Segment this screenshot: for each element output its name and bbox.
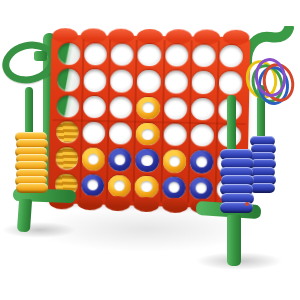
board-grid xyxy=(53,41,245,203)
storage-ring xyxy=(16,183,48,193)
hole xyxy=(55,147,78,170)
cell-r1-c7 xyxy=(217,43,245,70)
hole xyxy=(58,43,81,65)
cell-r5-c1 xyxy=(53,145,80,172)
cell-r1-c4 xyxy=(136,42,164,69)
scallop-bump xyxy=(133,197,159,213)
cell-r5-c2 xyxy=(80,146,107,173)
cell-r3-c1 xyxy=(55,93,82,120)
hole xyxy=(163,123,187,146)
disc-center-hole xyxy=(114,181,125,192)
hole xyxy=(111,44,134,67)
hole xyxy=(191,97,215,120)
disc-blue xyxy=(162,176,186,199)
cell-r3-c6 xyxy=(189,95,217,122)
disc-yellow xyxy=(136,123,159,146)
disc-center-hole xyxy=(142,129,153,140)
scallop-bump xyxy=(105,196,131,212)
disc-center-hole xyxy=(196,156,207,167)
cell-r5-c5 xyxy=(160,148,188,175)
hole xyxy=(164,97,188,120)
cell-r2-c6 xyxy=(189,69,217,96)
cell-r2-c3 xyxy=(108,68,135,95)
cell-r4-c4 xyxy=(134,121,162,148)
hole xyxy=(138,44,161,67)
hoop-arm xyxy=(34,51,47,61)
cell-r3-c5 xyxy=(162,95,190,122)
disc-blue xyxy=(190,150,214,173)
product-photo xyxy=(0,0,300,300)
scallop-bump xyxy=(77,195,103,211)
disc-center-hole xyxy=(168,182,179,193)
disc-center-hole xyxy=(169,156,180,167)
board xyxy=(48,35,250,209)
hole xyxy=(191,71,215,94)
hole xyxy=(165,44,189,67)
hole xyxy=(84,43,107,65)
disc-yellow xyxy=(82,148,105,171)
hole xyxy=(164,71,188,94)
cell-r1-c6 xyxy=(190,42,218,69)
hole xyxy=(83,95,106,118)
disc-center-hole xyxy=(142,155,153,166)
disc-yellow xyxy=(135,175,158,198)
disc-blue xyxy=(109,148,132,171)
disc-blue xyxy=(189,177,213,200)
cell-r2-c7 xyxy=(217,69,245,96)
cell-r1-c2 xyxy=(82,41,109,68)
disc-blue xyxy=(135,149,158,172)
disc-center-hole xyxy=(195,183,206,194)
cell-r4-c5 xyxy=(161,121,189,148)
cell-r4-c6 xyxy=(188,122,216,149)
cell-r1-c3 xyxy=(109,42,136,69)
floor-shadow-left xyxy=(2,222,76,238)
disc-center-hole xyxy=(115,154,126,165)
hole xyxy=(57,69,80,91)
cell-r4-c2 xyxy=(81,120,108,147)
hole xyxy=(110,96,133,119)
hole xyxy=(219,45,243,68)
hole xyxy=(83,122,106,145)
disc-center-hole xyxy=(87,180,98,191)
cell-r2-c1 xyxy=(55,67,82,94)
hole xyxy=(84,69,107,92)
disc-yellow xyxy=(162,150,186,173)
hole xyxy=(137,70,160,93)
cell-r1-c1 xyxy=(56,41,83,67)
cell-r2-c2 xyxy=(82,67,109,94)
right-front-storage-pole xyxy=(227,95,236,157)
right-leg-foot xyxy=(227,215,241,266)
hole xyxy=(56,121,79,144)
disc-center-hole xyxy=(88,154,99,165)
hole xyxy=(110,70,133,93)
disc-center-hole xyxy=(141,181,152,192)
hole xyxy=(57,95,80,118)
cell-r5-c3 xyxy=(107,146,134,173)
disc-center-hole xyxy=(143,102,154,113)
cell-r2-c4 xyxy=(135,68,163,95)
fastener-dot xyxy=(245,202,249,206)
scallop-bump xyxy=(162,197,188,213)
cell-r3-c2 xyxy=(81,93,108,120)
cell-r1-c5 xyxy=(163,42,191,69)
cell-r5-c4 xyxy=(133,147,161,174)
storage-ring xyxy=(250,183,275,193)
cell-r3-c3 xyxy=(108,94,135,121)
hole xyxy=(192,45,216,68)
disc-yellow xyxy=(137,96,160,119)
cell-r2-c5 xyxy=(162,69,190,96)
cell-r4-c1 xyxy=(54,119,81,146)
cell-r4-c3 xyxy=(107,120,134,147)
hole xyxy=(190,124,214,147)
left-leg-foot xyxy=(17,199,32,233)
hole xyxy=(109,122,132,145)
cell-r3-c4 xyxy=(135,94,163,121)
cell-r5-c6 xyxy=(188,148,216,175)
disc-yellow xyxy=(108,175,131,198)
hole xyxy=(219,71,243,94)
disc-blue xyxy=(81,174,104,197)
